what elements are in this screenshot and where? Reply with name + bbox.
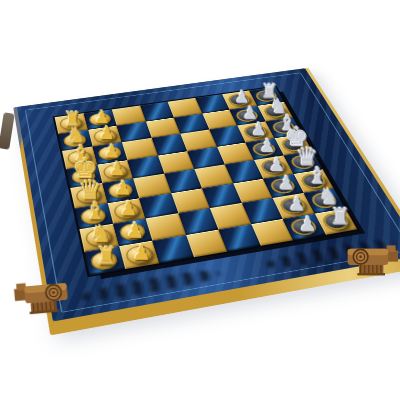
board-perspective: ♜♟♟♜♞♟♟♞♝♟♟♝♚♟♟♚♛♟♟♛♝♟♟♝♞♟♟♞♜♟♟♜ <box>0 0 400 400</box>
square-a5 <box>218 224 260 252</box>
piece-black-pawn: ♟ <box>271 174 303 193</box>
piece-white-pawn: ♟ <box>106 179 138 199</box>
piece-white-pawn: ♟ <box>112 199 145 219</box>
piece-black-pawn: ♟ <box>291 214 325 234</box>
playing-field: ♜♟♟♜♞♟♟♞♝♟♟♝♚♟♟♚♛♟♟♛♝♟♟♝♞♟♟♞♜♟♟♜ <box>55 87 358 275</box>
piece-white-rook: ♜ <box>89 245 124 270</box>
piece-white-pawn: ♟ <box>118 220 152 241</box>
volute-foot-icon <box>14 280 69 316</box>
piece-black-rook: ♜ <box>323 206 357 230</box>
chess-set-photo: ♜♟♟♜♞♟♟♞♝♟♟♝♚♟♟♚♛♟♟♛♝♟♟♝♞♟♟♞♜♟♟♜ <box>0 0 400 400</box>
volute-foot-icon <box>348 245 398 275</box>
square-a4 <box>186 229 228 257</box>
piece-black-pawn: ♟ <box>281 194 314 214</box>
corner-foot-near-right <box>346 238 398 282</box>
piece-white-pawn: ♟ <box>124 242 159 263</box>
square-b5 <box>210 203 251 229</box>
corner-foot-near-left <box>11 277 74 316</box>
board-top-face: ♜♟♟♜♞♟♟♞♝♟♟♝♚♟♟♚♛♟♟♛♝♟♟♝♞♟♟♞♜♟♟♜ <box>17 68 400 321</box>
square-a1: ♜ <box>84 246 124 275</box>
square-a2: ♟ <box>119 240 160 269</box>
